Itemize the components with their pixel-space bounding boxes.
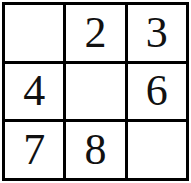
cell-r3c1: 7 (5, 122, 63, 178)
cell-r1c1-empty[interactable] (5, 5, 63, 61)
cell-r2c2-empty[interactable] (66, 64, 124, 120)
cell-r2c3: 6 (128, 64, 186, 120)
cell-r3c3-empty[interactable] (128, 122, 186, 178)
cell-r1c2: 2 (66, 5, 124, 61)
puzzle-board-wrapper: 2 3 4 6 7 8 (0, 0, 191, 183)
cell-r1c3: 3 (128, 5, 186, 61)
cell-r2c1: 4 (5, 64, 63, 120)
cell-r3c2: 8 (66, 122, 124, 178)
puzzle-grid: 2 3 4 6 7 8 (2, 2, 189, 181)
